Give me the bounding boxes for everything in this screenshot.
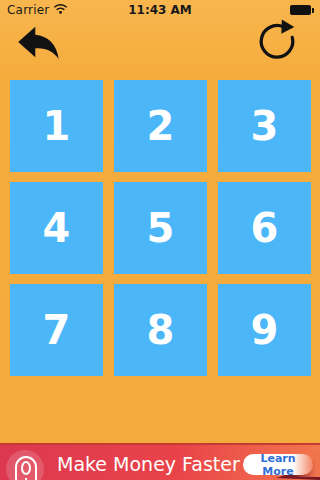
tile-5[interactable]: 5 [114, 182, 207, 274]
footer-bar: AUTO FILL ☝ 12 00:26 [0, 388, 320, 436]
tile-8[interactable]: 8 [114, 284, 207, 376]
app-screen: Carrier 11:43 AM [0, 0, 320, 480]
tile-7[interactable]: 7 [10, 284, 103, 376]
ad-cta-button[interactable]: Learn More [243, 454, 313, 475]
tile-3[interactable]: 3 [218, 80, 311, 172]
tile-4[interactable]: 4 [10, 182, 103, 274]
ad-title: Make Money Faster [57, 453, 240, 475]
tile-6[interactable]: 6 [218, 182, 311, 274]
back-arrow-icon [13, 48, 63, 63]
tile-1[interactable]: 1 [10, 80, 103, 172]
tile-2[interactable]: 2 [114, 80, 207, 172]
number-grid: 1 2 3 4 5 6 7 8 9 [10, 80, 311, 376]
status-time: 11:43 AM [0, 3, 320, 17]
back-button[interactable] [13, 24, 63, 60]
tile-9[interactable]: 9 [218, 284, 311, 376]
ad-banner[interactable]: Make Money Faster Learn More [0, 443, 320, 480]
ad-icon-circle [6, 450, 44, 480]
fingerprint-badge-icon [15, 456, 37, 480]
battery-icon [290, 5, 311, 15]
refresh-button[interactable] [256, 17, 300, 63]
refresh-icon [256, 51, 300, 66]
